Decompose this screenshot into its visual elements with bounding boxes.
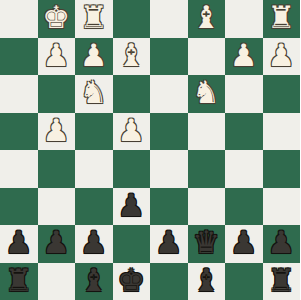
- white-knight-piece: ♞: [80, 77, 108, 108]
- square-f5[interactable]: [75, 150, 113, 188]
- square-f8[interactable]: ♝: [75, 263, 113, 300]
- square-d6[interactable]: [150, 188, 188, 226]
- square-e7[interactable]: [113, 225, 151, 263]
- square-g5[interactable]: [38, 150, 76, 188]
- black-bishop-piece: ♝: [80, 265, 108, 296]
- white-pawn-piece: ♟: [42, 40, 70, 71]
- square-c3[interactable]: ♞: [188, 75, 226, 113]
- square-b1[interactable]: [225, 0, 263, 38]
- black-bishop-piece: ♝: [192, 265, 220, 296]
- white-pawn-piece: ♟: [267, 40, 295, 71]
- square-h2[interactable]: [0, 38, 38, 76]
- white-rook-piece: ♜: [267, 2, 295, 33]
- square-b6[interactable]: [225, 188, 263, 226]
- square-d8[interactable]: [150, 263, 188, 300]
- square-d1[interactable]: [150, 0, 188, 38]
- square-h6[interactable]: [0, 188, 38, 226]
- square-c8[interactable]: ♝: [188, 263, 226, 300]
- black-king-piece: ♚: [117, 265, 145, 296]
- square-b2[interactable]: ♟: [225, 38, 263, 76]
- square-e3[interactable]: [113, 75, 151, 113]
- square-c5[interactable]: [188, 150, 226, 188]
- square-a3[interactable]: [263, 75, 301, 113]
- square-g2[interactable]: ♟: [38, 38, 76, 76]
- square-d5[interactable]: [150, 150, 188, 188]
- chess-board-wrapper: ♚♜♝♜♟♟♝♟♟♞♞♟♟♟♟♟♟♟♛♟♟♜♝♚♝♜: [0, 0, 300, 300]
- square-a8[interactable]: ♜: [263, 263, 301, 300]
- black-pawn-piece: ♟: [42, 227, 70, 258]
- square-f7[interactable]: ♟: [75, 225, 113, 263]
- white-rook-piece: ♜: [80, 2, 108, 33]
- square-h3[interactable]: [0, 75, 38, 113]
- white-pawn-piece: ♟: [42, 115, 70, 146]
- square-c6[interactable]: [188, 188, 226, 226]
- square-f4[interactable]: [75, 113, 113, 151]
- square-c7[interactable]: ♛: [188, 225, 226, 263]
- black-pawn-piece: ♟: [5, 227, 33, 258]
- square-b4[interactable]: [225, 113, 263, 151]
- square-c1[interactable]: ♝: [188, 0, 226, 38]
- square-a4[interactable]: [263, 113, 301, 151]
- square-e4[interactable]: ♟: [113, 113, 151, 151]
- white-bishop-piece: ♝: [117, 40, 145, 71]
- square-a2[interactable]: ♟: [263, 38, 301, 76]
- square-g6[interactable]: [38, 188, 76, 226]
- white-king-piece: ♚: [42, 2, 70, 33]
- black-pawn-piece: ♟: [80, 227, 108, 258]
- square-e1[interactable]: [113, 0, 151, 38]
- square-f3[interactable]: ♞: [75, 75, 113, 113]
- black-rook-piece: ♜: [267, 265, 295, 296]
- black-pawn-piece: ♟: [117, 190, 145, 221]
- square-b3[interactable]: [225, 75, 263, 113]
- square-d2[interactable]: [150, 38, 188, 76]
- square-f1[interactable]: ♜: [75, 0, 113, 38]
- square-a5[interactable]: [263, 150, 301, 188]
- white-pawn-piece: ♟: [80, 40, 108, 71]
- square-e6[interactable]: ♟: [113, 188, 151, 226]
- square-h5[interactable]: [0, 150, 38, 188]
- square-f2[interactable]: ♟: [75, 38, 113, 76]
- black-pawn-piece: ♟: [155, 227, 183, 258]
- white-pawn-piece: ♟: [117, 115, 145, 146]
- square-g4[interactable]: ♟: [38, 113, 76, 151]
- square-b7[interactable]: ♟: [225, 225, 263, 263]
- square-a7[interactable]: ♟: [263, 225, 301, 263]
- square-a6[interactable]: [263, 188, 301, 226]
- square-h4[interactable]: [0, 113, 38, 151]
- white-knight-piece: ♞: [192, 77, 220, 108]
- square-c4[interactable]: [188, 113, 226, 151]
- square-g3[interactable]: [38, 75, 76, 113]
- square-d7[interactable]: ♟: [150, 225, 188, 263]
- square-h8[interactable]: ♜: [0, 263, 38, 300]
- square-c2[interactable]: [188, 38, 226, 76]
- chess-board: ♚♜♝♜♟♟♝♟♟♞♞♟♟♟♟♟♟♟♛♟♟♜♝♚♝♜: [0, 0, 300, 300]
- square-e5[interactable]: [113, 150, 151, 188]
- square-g7[interactable]: ♟: [38, 225, 76, 263]
- square-g8[interactable]: [38, 263, 76, 300]
- black-pawn-piece: ♟: [230, 227, 258, 258]
- square-d3[interactable]: [150, 75, 188, 113]
- black-queen-piece: ♛: [192, 227, 220, 258]
- square-d4[interactable]: [150, 113, 188, 151]
- square-a1[interactable]: ♜: [263, 0, 301, 38]
- square-f6[interactable]: [75, 188, 113, 226]
- black-pawn-piece: ♟: [267, 227, 295, 258]
- black-rook-piece: ♜: [5, 265, 33, 296]
- white-pawn-piece: ♟: [230, 40, 258, 71]
- square-b5[interactable]: [225, 150, 263, 188]
- square-h1[interactable]: [0, 0, 38, 38]
- square-g1[interactable]: ♚: [38, 0, 76, 38]
- square-e2[interactable]: ♝: [113, 38, 151, 76]
- white-bishop-piece: ♝: [192, 2, 220, 33]
- square-b8[interactable]: [225, 263, 263, 300]
- square-e8[interactable]: ♚: [113, 263, 151, 300]
- square-h7[interactable]: ♟: [0, 225, 38, 263]
